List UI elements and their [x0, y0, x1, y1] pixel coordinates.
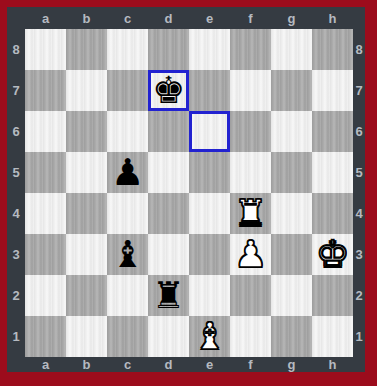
- square-b4[interactable]: [66, 193, 107, 234]
- frame-corner-bottom-left: [7, 357, 25, 372]
- square-a1[interactable]: [25, 316, 66, 357]
- square-d3[interactable]: [148, 234, 189, 275]
- square-h4[interactable]: [312, 193, 353, 234]
- file-label-bottom-g: g: [271, 357, 312, 372]
- square-a4[interactable]: [25, 193, 66, 234]
- square-b1[interactable]: [66, 316, 107, 357]
- piece-white-pawn[interactable]: ♟: [234, 234, 267, 275]
- square-e3[interactable]: [189, 234, 230, 275]
- square-g3[interactable]: [271, 234, 312, 275]
- square-b5[interactable]: [66, 152, 107, 193]
- rank-label-right-8: 8: [353, 29, 365, 70]
- square-d1[interactable]: [148, 316, 189, 357]
- square-e2[interactable]: [189, 275, 230, 316]
- file-label-top-c: c: [107, 7, 148, 29]
- frame-corner-top-right: [353, 7, 365, 29]
- file-label-top-g: g: [271, 7, 312, 29]
- file-label-bottom-e: e: [189, 357, 230, 372]
- file-label-top-d: d: [148, 7, 189, 29]
- square-c8[interactable]: [107, 29, 148, 70]
- square-f1[interactable]: [230, 316, 271, 357]
- square-g5[interactable]: [271, 152, 312, 193]
- piece-white-king[interactable]: ♚: [316, 234, 349, 275]
- square-b2[interactable]: [66, 275, 107, 316]
- square-g1[interactable]: [271, 316, 312, 357]
- square-d5[interactable]: [148, 152, 189, 193]
- square-h1[interactable]: [312, 316, 353, 357]
- square-c2[interactable]: [107, 275, 148, 316]
- square-h3[interactable]: ♚: [312, 234, 353, 275]
- file-label-bottom-c: c: [107, 357, 148, 372]
- file-label-top-f: f: [230, 7, 271, 29]
- square-b6[interactable]: [66, 111, 107, 152]
- chess-board-frame: abcdefgh887♚7665♟54♜43♝♟♚32♜21♝1abcdefgh: [7, 7, 365, 372]
- rank-label-right-4: 4: [353, 193, 365, 234]
- square-a3[interactable]: [25, 234, 66, 275]
- square-a6[interactable]: [25, 111, 66, 152]
- square-g7[interactable]: [271, 70, 312, 111]
- square-b3[interactable]: [66, 234, 107, 275]
- square-g8[interactable]: [271, 29, 312, 70]
- rank-label-left-1: 1: [7, 316, 25, 357]
- square-f3[interactable]: ♟: [230, 234, 271, 275]
- square-e1[interactable]: ♝: [189, 316, 230, 357]
- square-b7[interactable]: [66, 70, 107, 111]
- rank-label-left-6: 6: [7, 111, 25, 152]
- square-d7[interactable]: ♚: [148, 70, 189, 111]
- square-h2[interactable]: [312, 275, 353, 316]
- file-label-top-a: a: [25, 7, 66, 29]
- rank-label-left-2: 2: [7, 275, 25, 316]
- file-label-top-b: b: [66, 7, 107, 29]
- rank-label-left-5: 5: [7, 152, 25, 193]
- square-c5[interactable]: ♟: [107, 152, 148, 193]
- square-h5[interactable]: [312, 152, 353, 193]
- square-a2[interactable]: [25, 275, 66, 316]
- square-d4[interactable]: [148, 193, 189, 234]
- square-e5[interactable]: [189, 152, 230, 193]
- file-label-bottom-d: d: [148, 357, 189, 372]
- square-g2[interactable]: [271, 275, 312, 316]
- square-c1[interactable]: [107, 316, 148, 357]
- square-c6[interactable]: [107, 111, 148, 152]
- square-f6[interactable]: [230, 111, 271, 152]
- file-label-bottom-h: h: [312, 357, 353, 372]
- frame-corner-bottom-right: [353, 357, 365, 372]
- file-label-top-h: h: [312, 7, 353, 29]
- square-f4[interactable]: ♜: [230, 193, 271, 234]
- piece-white-bishop[interactable]: ♝: [193, 316, 226, 357]
- square-d6[interactable]: [148, 111, 189, 152]
- square-h7[interactable]: [312, 70, 353, 111]
- square-f7[interactable]: [230, 70, 271, 111]
- square-e6[interactable]: [189, 111, 230, 152]
- square-a5[interactable]: [25, 152, 66, 193]
- square-b8[interactable]: [66, 29, 107, 70]
- square-d2[interactable]: ♜: [148, 275, 189, 316]
- square-f5[interactable]: [230, 152, 271, 193]
- square-e8[interactable]: [189, 29, 230, 70]
- square-h8[interactable]: [312, 29, 353, 70]
- file-label-bottom-a: a: [25, 357, 66, 372]
- square-f2[interactable]: [230, 275, 271, 316]
- square-e7[interactable]: [189, 70, 230, 111]
- file-label-bottom-b: b: [66, 357, 107, 372]
- rank-label-right-1: 1: [353, 316, 365, 357]
- square-f8[interactable]: [230, 29, 271, 70]
- rank-label-left-7: 7: [7, 70, 25, 111]
- square-g4[interactable]: [271, 193, 312, 234]
- rank-label-right-6: 6: [353, 111, 365, 152]
- file-label-bottom-f: f: [230, 357, 271, 372]
- board-outer-border: abcdefgh887♚7665♟54♜43♝♟♚32♜21♝1abcdefgh: [0, 0, 377, 386]
- square-c3[interactable]: ♝: [107, 234, 148, 275]
- piece-black-pawn[interactable]: ♟: [111, 152, 144, 193]
- piece-white-rook[interactable]: ♜: [234, 193, 267, 234]
- rank-label-right-3: 3: [353, 234, 365, 275]
- square-c7[interactable]: [107, 70, 148, 111]
- piece-black-rook[interactable]: ♜: [152, 275, 185, 316]
- square-g6[interactable]: [271, 111, 312, 152]
- rank-label-left-3: 3: [7, 234, 25, 275]
- rank-label-right-7: 7: [353, 70, 365, 111]
- square-h6[interactable]: [312, 111, 353, 152]
- rank-label-left-4: 4: [7, 193, 25, 234]
- rank-label-right-2: 2: [353, 275, 365, 316]
- rank-label-left-8: 8: [7, 29, 25, 70]
- square-e4[interactable]: [189, 193, 230, 234]
- piece-black-king[interactable]: ♚: [152, 70, 185, 111]
- square-a7[interactable]: [25, 70, 66, 111]
- piece-black-bishop[interactable]: ♝: [111, 234, 144, 275]
- frame-corner-top-left: [7, 7, 25, 29]
- file-label-top-e: e: [189, 7, 230, 29]
- square-c4[interactable]: [107, 193, 148, 234]
- rank-label-right-5: 5: [353, 152, 365, 193]
- square-a8[interactable]: [25, 29, 66, 70]
- square-d8[interactable]: [148, 29, 189, 70]
